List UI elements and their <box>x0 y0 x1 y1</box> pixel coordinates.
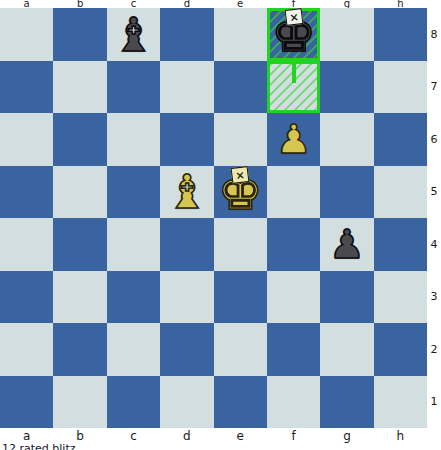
square-f8[interactable]: ♚× <box>267 8 320 61</box>
square-d5[interactable]: ♝ <box>160 166 213 219</box>
rank-labels-right: 87654321 <box>427 8 441 428</box>
rank-label-7: 7 <box>427 61 441 114</box>
square-b3[interactable] <box>53 271 106 324</box>
square-h6[interactable] <box>374 113 427 166</box>
square-c3[interactable] <box>107 271 160 324</box>
file-label-top-a: a <box>0 0 53 8</box>
square-d2[interactable] <box>160 323 213 376</box>
square-b1[interactable] <box>53 376 106 429</box>
file-label-bottom-f: f <box>267 429 320 444</box>
square-g7[interactable] <box>320 61 373 114</box>
square-e1[interactable] <box>214 376 267 429</box>
square-a6[interactable] <box>0 113 53 166</box>
square-a4[interactable] <box>0 218 53 271</box>
game-thumbnail: abcdefgh ♝♚×♟♝♚×♟ 87654321 abcdefgh 12 r… <box>0 0 441 450</box>
chess-board[interactable]: ♝♚×♟♝♚×♟ <box>0 8 427 428</box>
square-a2[interactable] <box>0 323 53 376</box>
file-label-bottom-e: e <box>214 429 267 444</box>
file-labels-top: abcdefgh <box>0 0 427 8</box>
rank-label-4: 4 <box>427 218 441 271</box>
rank-label-2: 2 <box>427 323 441 376</box>
white-pawn-f6[interactable]: ♟ <box>267 113 320 166</box>
square-g8[interactable] <box>320 8 373 61</box>
square-d7[interactable] <box>160 61 213 114</box>
file-label-top-e: e <box>214 0 267 8</box>
file-label-top-b: b <box>53 0 106 8</box>
king-x-badge-e5: × <box>231 166 250 184</box>
square-h7[interactable] <box>374 61 427 114</box>
square-d4[interactable] <box>160 218 213 271</box>
square-f7[interactable] <box>267 61 320 114</box>
square-e6[interactable] <box>214 113 267 166</box>
square-h3[interactable] <box>374 271 427 324</box>
square-e4[interactable] <box>214 218 267 271</box>
file-label-bottom-g: g <box>320 429 373 444</box>
square-d6[interactable] <box>160 113 213 166</box>
square-c8[interactable]: ♝ <box>107 8 160 61</box>
rank-label-3: 3 <box>427 271 441 324</box>
square-h4[interactable] <box>374 218 427 271</box>
rank-label-8: 8 <box>427 8 441 61</box>
square-g5[interactable] <box>320 166 373 219</box>
square-e2[interactable] <box>214 323 267 376</box>
square-b2[interactable] <box>53 323 106 376</box>
square-a7[interactable] <box>0 61 53 114</box>
file-label-top-g: g <box>320 0 373 8</box>
square-a5[interactable] <box>0 166 53 219</box>
square-g3[interactable] <box>320 271 373 324</box>
square-b7[interactable] <box>53 61 106 114</box>
square-h2[interactable] <box>374 323 427 376</box>
square-c1[interactable] <box>107 376 160 429</box>
game-caption: 12 rated blitz <box>2 442 76 450</box>
square-a1[interactable] <box>0 376 53 429</box>
square-b4[interactable] <box>53 218 106 271</box>
file-label-bottom-d: d <box>160 429 213 444</box>
square-f2[interactable] <box>267 323 320 376</box>
square-c4[interactable] <box>107 218 160 271</box>
square-g2[interactable] <box>320 323 373 376</box>
square-e5[interactable]: ♚× <box>214 166 267 219</box>
file-label-top-h: h <box>374 0 427 8</box>
square-b8[interactable] <box>53 8 106 61</box>
square-d8[interactable] <box>160 8 213 61</box>
square-d3[interactable] <box>160 271 213 324</box>
square-e3[interactable] <box>214 271 267 324</box>
black-pawn-g4[interactable]: ♟ <box>320 218 373 271</box>
move-marker-stem <box>292 61 296 83</box>
square-g1[interactable] <box>320 376 373 429</box>
rank-label-5: 5 <box>427 166 441 219</box>
square-h1[interactable] <box>374 376 427 429</box>
white-bishop-d5[interactable]: ♝ <box>160 166 213 219</box>
rank-label-6: 6 <box>427 113 441 166</box>
square-h8[interactable] <box>374 8 427 61</box>
square-e7[interactable] <box>214 61 267 114</box>
square-f5[interactable] <box>267 166 320 219</box>
square-d1[interactable] <box>160 376 213 429</box>
square-b6[interactable] <box>53 113 106 166</box>
square-a3[interactable] <box>0 271 53 324</box>
file-label-top-d: d <box>160 0 213 8</box>
square-c6[interactable] <box>107 113 160 166</box>
square-g6[interactable] <box>320 113 373 166</box>
square-a8[interactable] <box>0 8 53 61</box>
square-e8[interactable] <box>214 8 267 61</box>
file-label-bottom-c: c <box>107 429 160 444</box>
king-x-badge-f8: × <box>284 8 303 26</box>
square-f6[interactable]: ♟ <box>267 113 320 166</box>
square-g4[interactable]: ♟ <box>320 218 373 271</box>
file-label-bottom-h: h <box>374 429 427 444</box>
square-f3[interactable] <box>267 271 320 324</box>
square-f1[interactable] <box>267 376 320 429</box>
black-bishop-c8[interactable]: ♝ <box>107 8 160 61</box>
rank-label-1: 1 <box>427 376 441 429</box>
square-b5[interactable] <box>53 166 106 219</box>
square-h5[interactable] <box>374 166 427 219</box>
square-c7[interactable] <box>107 61 160 114</box>
square-c2[interactable] <box>107 323 160 376</box>
square-c5[interactable] <box>107 166 160 219</box>
square-f4[interactable] <box>267 218 320 271</box>
